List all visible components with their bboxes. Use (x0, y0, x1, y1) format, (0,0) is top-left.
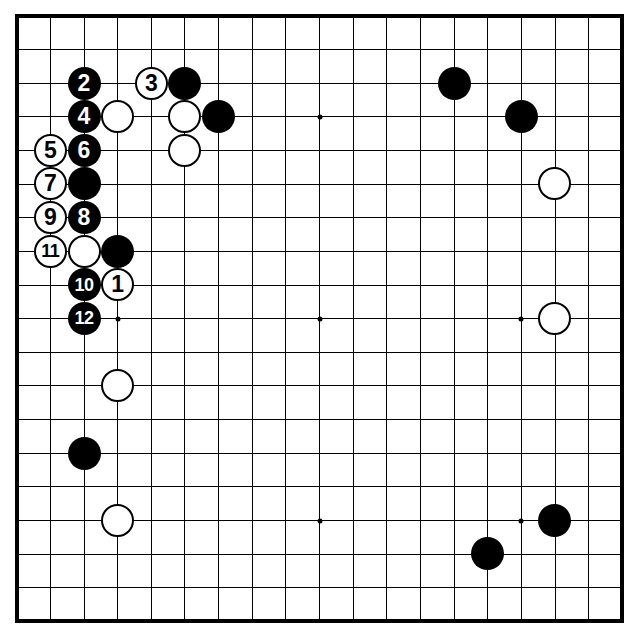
board-intersection: 12 (67, 302, 101, 336)
black-stone (68, 167, 101, 200)
black-stone (505, 100, 538, 133)
board-intersection (437, 66, 471, 100)
board-intersection (101, 504, 135, 538)
white-stone (68, 235, 101, 268)
board-intersection (538, 302, 572, 336)
board-intersection (202, 100, 236, 134)
go-diagram-page: 123456789101112 (0, 0, 640, 640)
move-number: 7 (44, 172, 57, 195)
move-number: 11 (41, 242, 59, 260)
board-intersection (168, 100, 202, 134)
board-intersection (538, 504, 572, 538)
board-intersection: 2 (67, 66, 101, 100)
board-intersection: 11 (34, 234, 68, 268)
board-intersection (168, 66, 202, 100)
black-stone-move-8: 8 (68, 201, 101, 234)
white-stone-move-5: 5 (34, 134, 67, 167)
board-intersection (101, 234, 135, 268)
black-stone-move-2: 2 (68, 67, 101, 100)
board-intersection (101, 100, 135, 134)
black-stone-move-4: 4 (68, 100, 101, 133)
move-number: 12 (74, 309, 93, 327)
move-number: 4 (78, 105, 91, 128)
board-intersection: 6 (67, 133, 101, 167)
white-stone (168, 100, 201, 133)
move-number: 10 (74, 276, 93, 294)
board-intersection (471, 537, 505, 571)
board-intersection (101, 369, 135, 403)
board-intersection: 10 (67, 268, 101, 302)
black-stone (101, 235, 134, 268)
move-number: 1 (111, 273, 124, 296)
white-stone (101, 369, 134, 402)
black-stone (202, 100, 235, 133)
board-intersection: 9 (34, 201, 68, 235)
move-number: 3 (145, 72, 158, 95)
go-board[interactable]: 123456789101112 (0, 0, 640, 640)
move-number: 9 (44, 206, 57, 229)
white-stone-move-3: 3 (135, 67, 168, 100)
board-intersection: 5 (34, 133, 68, 167)
move-number: 2 (78, 72, 91, 95)
white-stone (101, 504, 134, 537)
black-stone (168, 67, 201, 100)
white-stone-move-9: 9 (34, 201, 67, 234)
stones-layer: 123456789101112 (0, 0, 639, 638)
black-stone (538, 504, 571, 537)
white-stone (538, 167, 571, 200)
black-stone (438, 67, 471, 100)
board-intersection: 1 (101, 268, 135, 302)
white-stone (538, 302, 571, 335)
board-intersection (505, 100, 539, 134)
move-number: 5 (44, 139, 57, 162)
black-stone (68, 437, 101, 470)
white-stone-move-1: 1 (101, 268, 134, 301)
board-intersection (67, 234, 101, 268)
black-stone (471, 537, 504, 570)
black-stone-move-12: 12 (68, 302, 101, 335)
board-intersection (67, 436, 101, 470)
white-stone (101, 100, 134, 133)
white-stone-move-7: 7 (34, 167, 67, 200)
board-intersection (168, 133, 202, 167)
move-number: 6 (78, 139, 91, 162)
board-intersection (538, 167, 572, 201)
white-stone (168, 134, 201, 167)
board-intersection: 7 (34, 167, 68, 201)
board-intersection: 4 (67, 100, 101, 134)
white-stone-move-11: 11 (34, 235, 67, 268)
move-number: 8 (78, 206, 91, 229)
board-intersection: 8 (67, 201, 101, 235)
board-intersection (67, 167, 101, 201)
black-stone-move-6: 6 (68, 134, 101, 167)
black-stone-move-10: 10 (68, 268, 101, 301)
board-intersection: 3 (134, 66, 168, 100)
